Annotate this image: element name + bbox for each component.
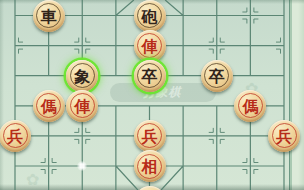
piece-black-cannon[interactable]: 砲 (134, 0, 166, 32)
piece-character: 兵 (276, 128, 292, 144)
piece-red-soldier[interactable]: 兵 (0, 120, 31, 152)
piece-character: 砲 (142, 8, 158, 24)
piece-red-elephant[interactable]: 相 (134, 150, 166, 182)
piece-character: 兵 (142, 128, 158, 144)
piece-black-soldier[interactable]: 卒 (134, 60, 166, 92)
piece-character: 傌 (242, 98, 258, 114)
piece-character: 俥 (142, 38, 158, 54)
piece-character: 卒 (142, 68, 158, 84)
piece-character: 俥 (74, 98, 90, 114)
piece-black-elephant[interactable]: 象 (66, 60, 98, 92)
river-band: JJ象棋 (110, 83, 216, 102)
piece-character: 卒 (209, 68, 225, 84)
piece-black-soldier[interactable]: 卒 (201, 60, 233, 92)
piece-red-horse[interactable]: 傌 (33, 90, 65, 122)
piece-red-soldier[interactable]: 兵 (134, 120, 166, 152)
piece-red-chariot[interactable]: 俥 (134, 30, 166, 62)
piece-character: 車 (41, 8, 57, 24)
piece-red-horse[interactable]: 傌 (234, 90, 266, 122)
piece-red-soldier[interactable]: 兵 (268, 120, 300, 152)
xiangqi-board[interactable]: ✿ ✿ JJ象棋 車砲俥象卒卒傌俥傌兵兵兵相 (0, 0, 304, 190)
piece-black-chariot[interactable]: 車 (33, 0, 65, 32)
piece-character: 相 (142, 159, 158, 175)
piece-red-chariot[interactable]: 俥 (66, 90, 98, 122)
piece-character: 兵 (7, 128, 23, 144)
piece-character: 象 (74, 68, 90, 84)
piece-character: 傌 (41, 98, 57, 114)
